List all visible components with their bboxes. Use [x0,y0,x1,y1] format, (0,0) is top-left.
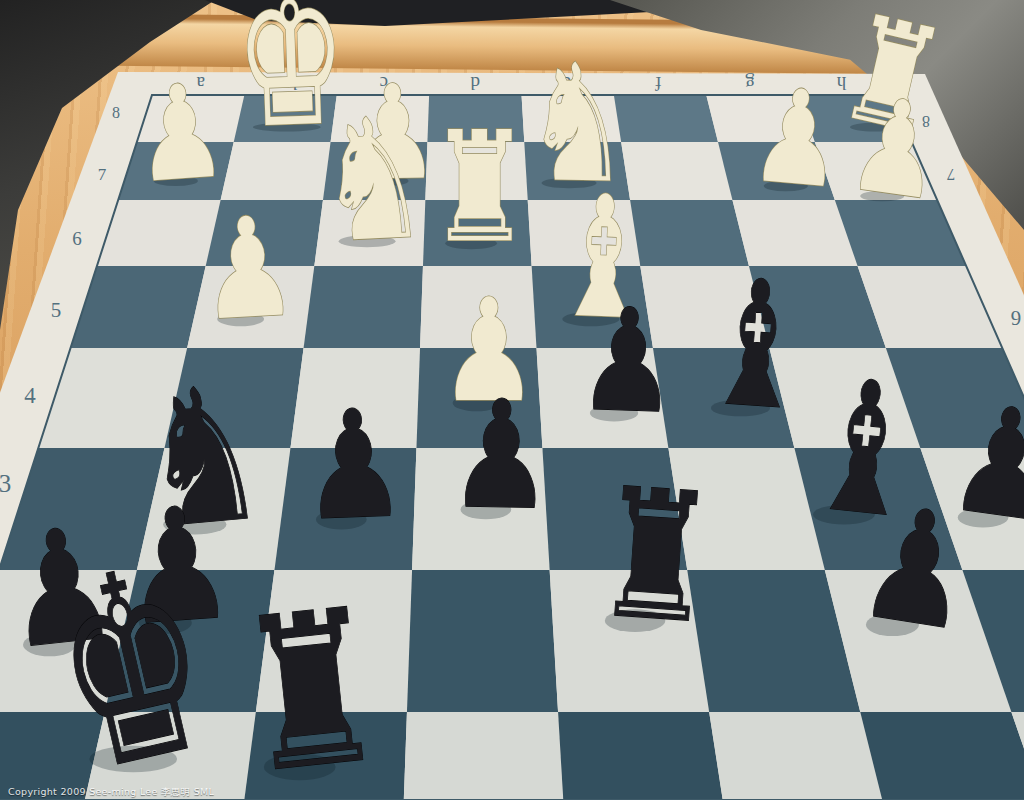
left-rank-label-8: 8 [112,104,120,121]
photo-stage: abcdefgh876543876♚♜♟♟♞♟♟♞♜♟♝♟♝♟♟♝♟♟♞♜♟♟♟… [0,0,1024,800]
piece-black-pawn-c3: ♟ [299,377,409,554]
file-label-d: d [470,73,480,94]
piece-white-knight-c6: ♞ [314,81,432,280]
square-e1 [558,712,734,800]
square-g1 [860,712,1024,800]
square-d1 [401,712,568,800]
piece-white-rook-d6: ♜ [430,99,531,276]
piece-black-pawn-d3: ♟ [447,367,554,543]
piece-black-pawn-e4: ♟ [576,277,681,445]
piece-white-pawn-b5: ♟ [196,186,301,351]
square-c5 [304,266,423,348]
left-rank-label-7: 7 [98,165,107,184]
watermark: Copyright 2009 See-ming Lee 李思明 SML [8,786,214,799]
piece-white-pawn-g7: ♟ [746,59,850,217]
file-label-f: f [655,73,662,94]
left-rank-label-5: 5 [51,298,62,322]
left-rank-label-6: 6 [72,228,82,249]
piece-black-rook-e2: ♜ [590,449,722,664]
left-rank-label-3: 3 [0,470,11,497]
left-rank-label-4: 4 [24,383,36,408]
file-label-g: g [745,73,755,94]
right-rank-label-6: 6 [1011,306,1022,330]
piece-white-pawn-a7: ♟ [130,55,231,212]
piece-black-bishop-f4: ♝ [698,240,815,450]
square-d2 [407,570,558,712]
right-rank-label-7: 7 [946,165,955,184]
chessboard: abcdefgh876543876♚♜♟♟♞♟♟♞♜♟♝♟♝♟♟♝♟♟♞♜♟♟♟… [0,0,1024,800]
piece-black-rook-c1: ♜ [229,562,394,800]
